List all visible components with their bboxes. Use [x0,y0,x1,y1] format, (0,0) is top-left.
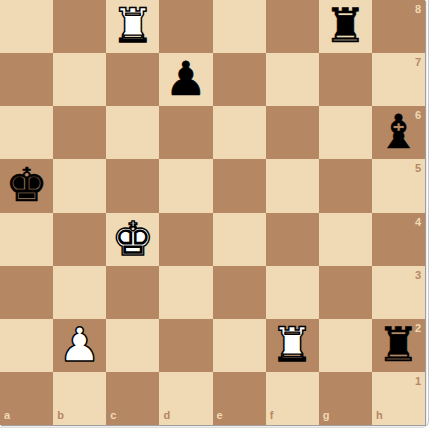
file-label-e: e [217,410,223,421]
file-label-f: f [270,410,274,421]
square-f3[interactable] [266,266,319,319]
square-f8[interactable] [266,0,319,53]
piece-black-pawn[interactable]: ♟ [165,55,207,102]
square-d4[interactable] [159,213,212,266]
square-g8[interactable]: ♜ [319,0,372,53]
square-h2[interactable]: 2♜ [372,319,425,372]
square-b3[interactable] [53,266,106,319]
square-c7[interactable] [106,53,159,106]
square-b6[interactable] [53,106,106,159]
square-d2[interactable] [159,319,212,372]
square-f7[interactable] [266,53,319,106]
square-f6[interactable] [266,106,319,159]
square-g5[interactable] [319,159,372,212]
square-h6[interactable]: 6♝ [372,106,425,159]
file-label-h: h [376,410,383,421]
rank-label-8: 8 [415,4,421,15]
piece-black-rook[interactable]: ♜ [324,2,366,49]
chess-board: ♜♜8♟76♝♚5♚43♟♜2♜abcdefgh1 [0,0,425,425]
square-d7[interactable]: ♟ [159,53,212,106]
square-g2[interactable] [319,319,372,372]
square-f4[interactable] [266,213,319,266]
square-e8[interactable] [213,0,266,53]
square-e1[interactable]: e [213,372,266,425]
square-a2[interactable] [0,319,53,372]
piece-white-rook[interactable]: ♜ [271,321,313,368]
rank-label-7: 7 [415,57,421,68]
square-g4[interactable] [319,213,372,266]
square-b1[interactable]: b [53,372,106,425]
square-a6[interactable] [0,106,53,159]
rank-label-1: 1 [415,376,421,387]
square-b2[interactable]: ♟ [53,319,106,372]
file-label-c: c [110,410,116,421]
square-h5[interactable]: 5 [372,159,425,212]
square-f2[interactable]: ♜ [266,319,319,372]
file-label-b: b [57,410,64,421]
file-label-d: d [163,410,170,421]
square-e5[interactable] [213,159,266,212]
square-a7[interactable] [0,53,53,106]
square-b7[interactable] [53,53,106,106]
square-b8[interactable] [53,0,106,53]
square-e3[interactable] [213,266,266,319]
piece-white-rook[interactable]: ♜ [112,2,154,49]
square-e2[interactable] [213,319,266,372]
square-a8[interactable] [0,0,53,53]
square-d8[interactable] [159,0,212,53]
file-label-a: a [4,410,10,421]
square-d5[interactable] [159,159,212,212]
square-b4[interactable] [53,213,106,266]
piece-white-pawn[interactable]: ♟ [59,321,101,368]
square-h7[interactable]: 7 [372,53,425,106]
rank-label-3: 3 [415,270,421,281]
square-a3[interactable] [0,266,53,319]
square-d3[interactable] [159,266,212,319]
piece-black-bishop[interactable]: ♝ [377,108,419,155]
square-b5[interactable] [53,159,106,212]
square-h3[interactable]: 3 [372,266,425,319]
rank-label-5: 5 [415,163,421,174]
square-f1[interactable]: f [266,372,319,425]
square-a1[interactable]: a [0,372,53,425]
square-d6[interactable] [159,106,212,159]
piece-black-king[interactable]: ♚ [5,161,47,208]
square-e6[interactable] [213,106,266,159]
square-a4[interactable] [0,213,53,266]
square-f5[interactable] [266,159,319,212]
square-h4[interactable]: 4 [372,213,425,266]
square-h8[interactable]: 8 [372,0,425,53]
square-a5[interactable]: ♚ [0,159,53,212]
square-c6[interactable] [106,106,159,159]
square-g6[interactable] [319,106,372,159]
square-c3[interactable] [106,266,159,319]
square-h1[interactable]: h1 [372,372,425,425]
rank-label-4: 4 [415,217,421,228]
square-c5[interactable] [106,159,159,212]
square-c1[interactable]: c [106,372,159,425]
page: ♜♜8♟76♝♚5♚43♟♜2♜abcdefgh1 [0,0,431,429]
square-c8[interactable]: ♜ [106,0,159,53]
piece-black-rook[interactable]: ♜ [377,321,419,368]
square-g3[interactable] [319,266,372,319]
square-g1[interactable]: g [319,372,372,425]
piece-white-king[interactable]: ♚ [112,215,154,262]
square-c4[interactable]: ♚ [106,213,159,266]
square-e7[interactable] [213,53,266,106]
file-label-g: g [323,410,330,421]
square-d1[interactable]: d [159,372,212,425]
square-c2[interactable] [106,319,159,372]
square-e4[interactable] [213,213,266,266]
square-g7[interactable] [319,53,372,106]
